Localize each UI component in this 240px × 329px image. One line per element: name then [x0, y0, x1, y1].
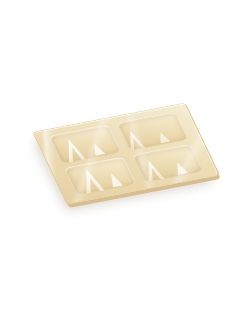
tray-well-far-left [48, 124, 120, 163]
product-photo [0, 0, 240, 329]
tray-well-far-right [116, 111, 188, 150]
compartment-tray [32, 103, 220, 205]
tray-well-near-right [131, 143, 203, 182]
tray-well-near-left [64, 156, 136, 195]
